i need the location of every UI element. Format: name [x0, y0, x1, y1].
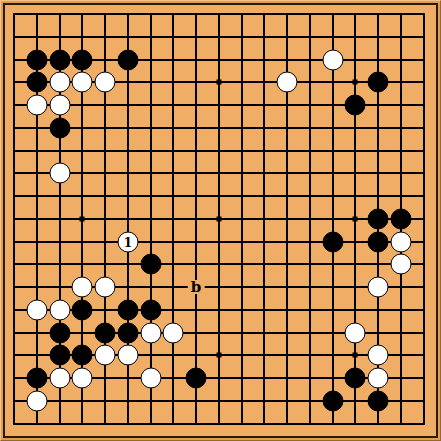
black-stone: [368, 391, 389, 412]
black-stone: [368, 232, 389, 253]
white-stone: [50, 163, 71, 184]
white-stone: [95, 345, 116, 366]
black-stone: [95, 323, 116, 344]
black-stone: [27, 50, 48, 71]
white-stone: [163, 323, 184, 344]
black-stone: [323, 232, 344, 253]
black-stone: [345, 95, 366, 116]
grid-line-horizontal: [13, 241, 425, 243]
star-point: [80, 217, 85, 222]
white-stone: [118, 345, 139, 366]
black-stone: [50, 118, 71, 139]
black-stone: [345, 368, 366, 389]
star-point: [217, 353, 222, 358]
white-stone: [277, 72, 298, 93]
black-stone: [368, 209, 389, 230]
black-stone: [72, 50, 93, 71]
black-stone: [323, 391, 344, 412]
black-stone: [50, 323, 71, 344]
white-stone: [50, 368, 71, 389]
white-stone: [141, 368, 162, 389]
white-stone: [72, 368, 93, 389]
white-stone: [50, 95, 71, 116]
grid-line-vertical: [263, 13, 265, 425]
grid-line-vertical: [241, 13, 243, 425]
white-stone: [50, 300, 71, 321]
white-stone: [27, 391, 48, 412]
black-stone: [391, 209, 412, 230]
black-stone: [368, 72, 389, 93]
black-stone: [141, 254, 162, 275]
white-stone-move-1: 1: [118, 232, 139, 253]
grid-line-horizontal: [13, 400, 425, 402]
black-stone: [50, 50, 71, 71]
white-stone: [50, 72, 71, 93]
grid-line-vertical: [332, 13, 334, 425]
star-point: [353, 217, 358, 222]
white-stone: [27, 95, 48, 116]
star-point: [353, 80, 358, 85]
point-label-b: b: [188, 280, 205, 294]
star-point: [353, 353, 358, 358]
white-stone: [95, 72, 116, 93]
grid-line-horizontal: [13, 263, 425, 265]
move-number-label: 1: [124, 236, 132, 248]
white-stone: [72, 277, 93, 298]
black-stone: [186, 368, 207, 389]
star-point: [217, 217, 222, 222]
white-stone: [368, 345, 389, 366]
white-stone: [391, 254, 412, 275]
white-stone: [368, 368, 389, 389]
black-stone: [72, 345, 93, 366]
white-stone: [141, 323, 162, 344]
star-point: [217, 80, 222, 85]
black-stone: [141, 300, 162, 321]
grid-line-horizontal: [13, 423, 425, 425]
go-board-frame: 1b: [0, 0, 441, 441]
white-stone: [368, 277, 389, 298]
black-stone: [27, 72, 48, 93]
grid-line-vertical: [309, 13, 311, 425]
white-stone: [27, 300, 48, 321]
white-stone: [391, 232, 412, 253]
black-stone: [118, 300, 139, 321]
black-stone: [50, 345, 71, 366]
white-stone: [95, 277, 116, 298]
white-stone: [345, 323, 366, 344]
black-stone: [118, 323, 139, 344]
black-stone: [72, 300, 93, 321]
white-stone: [323, 50, 344, 71]
white-stone: [72, 72, 93, 93]
black-stone: [118, 50, 139, 71]
black-stone: [27, 368, 48, 389]
grid-line-vertical: [423, 13, 425, 425]
